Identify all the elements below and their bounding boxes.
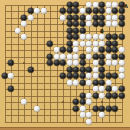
black-stone[interactable] [112,92,118,98]
black-stone[interactable] [92,8,98,14]
white-stone[interactable] [92,86,98,92]
white-stone[interactable] [86,99,92,105]
empty-point[interactable] [28,34,34,40]
black-stone[interactable] [105,73,111,79]
empty-point[interactable] [41,28,47,34]
empty-point[interactable] [2,47,8,53]
white-stone[interactable] [118,60,124,66]
black-stone[interactable] [86,66,92,72]
white-stone[interactable] [86,47,92,53]
white-stone[interactable] [73,53,79,59]
empty-point[interactable] [28,2,34,8]
empty-point[interactable] [8,41,14,47]
empty-point[interactable] [34,2,40,8]
white-stone[interactable] [118,73,124,79]
empty-point[interactable] [41,99,47,105]
white-stone[interactable] [92,40,98,46]
white-stone[interactable] [112,1,118,7]
black-stone[interactable] [105,92,111,98]
black-stone[interactable] [118,21,124,27]
empty-point[interactable] [21,47,27,53]
white-stone[interactable] [86,40,92,46]
white-stone[interactable] [21,99,27,105]
white-stone[interactable] [105,53,111,59]
black-stone[interactable] [99,60,105,66]
empty-point[interactable] [28,41,34,47]
empty-point[interactable] [41,93,47,99]
black-stone[interactable] [66,1,72,7]
empty-point[interactable] [112,112,118,118]
empty-point[interactable] [21,119,27,125]
empty-point[interactable] [15,54,21,60]
empty-point[interactable] [47,86,53,92]
empty-point[interactable] [2,28,8,34]
black-stone[interactable] [92,105,98,111]
empty-point[interactable] [67,112,73,118]
white-stone[interactable] [118,66,124,72]
white-stone[interactable] [86,53,92,59]
empty-point[interactable] [28,60,34,66]
empty-point[interactable] [54,99,60,105]
black-stone[interactable] [92,79,98,85]
empty-point[interactable] [54,80,60,86]
empty-point[interactable] [28,99,34,105]
empty-point[interactable] [28,47,34,53]
black-stone[interactable] [118,14,124,20]
black-stone[interactable] [79,66,85,72]
empty-point[interactable] [73,119,79,125]
empty-point[interactable] [28,106,34,112]
empty-point[interactable] [2,34,8,40]
empty-point[interactable] [15,112,21,118]
empty-point[interactable] [15,21,21,27]
black-stone[interactable] [73,105,79,111]
empty-point[interactable] [8,8,14,14]
black-stone[interactable] [99,53,105,59]
empty-point[interactable] [47,2,53,8]
white-stone[interactable] [66,79,72,85]
empty-point[interactable] [41,112,47,118]
empty-point[interactable] [21,86,27,92]
white-stone[interactable] [60,14,66,20]
white-stone[interactable] [99,112,105,118]
white-stone[interactable] [40,8,46,14]
black-stone[interactable] [79,92,85,98]
black-stone[interactable] [99,8,105,14]
empty-point[interactable] [47,119,53,125]
empty-point[interactable] [67,99,73,105]
empty-point[interactable] [8,54,14,60]
black-stone[interactable] [60,60,66,66]
empty-point[interactable] [15,86,21,92]
empty-point[interactable] [28,28,34,34]
empty-point[interactable] [47,112,53,118]
black-stone[interactable] [99,105,105,111]
white-stone[interactable] [73,60,79,66]
empty-point[interactable] [34,28,40,34]
black-stone[interactable] [105,47,111,53]
black-stone[interactable] [66,34,72,40]
white-stone[interactable] [105,79,111,85]
empty-point[interactable] [34,99,40,105]
white-stone[interactable] [105,1,111,7]
empty-point[interactable] [119,80,125,86]
empty-point[interactable] [60,2,66,8]
empty-point[interactable] [15,41,21,47]
black-stone[interactable] [60,73,66,79]
black-stone[interactable] [79,14,85,20]
empty-point[interactable] [60,112,66,118]
black-stone[interactable] [112,47,118,53]
black-stone[interactable] [118,92,124,98]
white-stone[interactable] [86,1,92,7]
black-stone[interactable] [47,53,53,59]
empty-point[interactable] [2,8,8,14]
white-stone[interactable] [92,60,98,66]
empty-point[interactable] [47,73,53,79]
empty-point[interactable] [60,80,66,86]
black-stone[interactable] [92,21,98,27]
white-stone[interactable] [105,14,111,20]
black-stone[interactable] [118,53,124,59]
empty-point[interactable] [112,67,118,73]
empty-point[interactable] [34,119,40,125]
empty-point[interactable] [106,99,112,105]
empty-point[interactable] [15,47,21,53]
empty-point[interactable] [60,41,66,47]
white-stone[interactable] [86,34,92,40]
black-stone[interactable] [112,8,118,14]
white-stone[interactable] [92,47,98,53]
black-stone[interactable] [99,14,105,20]
black-stone[interactable] [47,40,53,46]
empty-point[interactable] [8,15,14,21]
empty-point[interactable] [54,34,60,40]
black-stone[interactable] [112,105,118,111]
empty-point[interactable] [67,86,73,92]
empty-point[interactable] [60,34,66,40]
black-stone[interactable] [92,14,98,20]
empty-point[interactable] [2,67,8,73]
empty-point[interactable] [21,93,27,99]
empty-point[interactable] [41,106,47,112]
black-stone[interactable] [66,21,72,27]
empty-point[interactable] [80,119,86,125]
empty-point[interactable] [2,60,8,66]
white-stone[interactable] [79,8,85,14]
black-stone[interactable] [66,27,72,33]
empty-point[interactable] [47,93,53,99]
empty-point[interactable] [8,67,14,73]
empty-point[interactable] [21,80,27,86]
white-stone[interactable] [27,14,33,20]
empty-point[interactable] [54,2,60,8]
white-stone[interactable] [86,92,92,98]
empty-point[interactable] [60,106,66,112]
black-stone[interactable] [105,40,111,46]
empty-point[interactable] [60,86,66,92]
empty-point[interactable] [8,34,14,40]
empty-point[interactable] [54,15,60,21]
white-stone[interactable] [92,73,98,79]
white-stone[interactable] [92,66,98,72]
empty-point[interactable] [8,93,14,99]
go-board[interactable]: AB [0,0,130,130]
empty-point[interactable] [15,119,21,125]
black-stone[interactable] [73,1,79,7]
empty-point[interactable] [21,73,27,79]
black-stone[interactable] [73,8,79,14]
empty-point[interactable] [73,93,79,99]
empty-point[interactable] [15,73,21,79]
empty-point[interactable] [41,41,47,47]
empty-point[interactable] [2,80,8,86]
empty-point[interactable] [93,112,99,118]
white-stone[interactable] [99,86,105,92]
empty-point[interactable] [2,106,8,112]
black-stone[interactable] [118,86,124,92]
empty-point[interactable] [2,41,8,47]
empty-point[interactable] [28,80,34,86]
empty-point[interactable] [60,93,66,99]
empty-point[interactable] [47,106,53,112]
empty-point[interactable] [80,2,86,8]
empty-point[interactable] [28,54,34,60]
black-stone[interactable] [105,86,111,92]
black-stone[interactable] [112,53,118,59]
black-stone[interactable] [73,34,79,40]
black-stone[interactable] [53,60,59,66]
empty-point[interactable] [60,67,66,73]
white-stone[interactable] [99,92,105,98]
empty-point[interactable] [21,67,27,73]
white-stone[interactable] [86,73,92,79]
empty-point[interactable] [15,15,21,21]
black-stone[interactable] [60,8,66,14]
empty-point[interactable] [106,67,112,73]
white-stone[interactable] [34,105,40,111]
empty-point[interactable] [60,21,66,27]
empty-point[interactable] [28,86,34,92]
white-stone[interactable] [105,8,111,14]
white-stone[interactable] [105,21,111,27]
empty-point[interactable] [2,21,8,27]
empty-point[interactable] [2,99,8,105]
empty-point[interactable] [8,2,14,8]
empty-point[interactable] [21,28,27,34]
empty-point[interactable] [8,119,14,125]
empty-point[interactable] [54,67,60,73]
empty-point[interactable] [112,80,118,86]
empty-point[interactable] [34,54,40,60]
empty-point[interactable] [41,119,47,125]
black-stone[interactable] [112,34,118,40]
empty-point[interactable] [2,119,8,125]
black-stone[interactable] [99,66,105,72]
white-stone[interactable] [8,73,14,79]
empty-point[interactable] [86,28,92,34]
empty-point[interactable] [15,60,21,66]
empty-point[interactable] [86,60,92,66]
empty-point[interactable] [112,119,118,125]
empty-point[interactable] [86,106,92,112]
empty-point[interactable] [54,119,60,125]
empty-point[interactable] [112,28,118,34]
black-stone[interactable] [66,14,72,20]
empty-point[interactable] [21,54,27,60]
black-stone[interactable] [105,34,111,40]
black-stone[interactable] [79,79,85,85]
empty-point[interactable] [2,86,8,92]
empty-point[interactable] [93,99,99,105]
black-stone[interactable] [92,53,98,59]
empty-point[interactable] [8,47,14,53]
empty-point[interactable] [41,60,47,66]
empty-point[interactable] [41,47,47,53]
empty-point[interactable] [41,54,47,60]
empty-point[interactable] [41,21,47,27]
white-stone[interactable] [86,79,92,85]
black-stone[interactable] [1,73,7,79]
empty-point[interactable] [47,47,53,53]
black-stone[interactable] [73,66,79,72]
empty-point[interactable] [2,2,8,8]
white-stone[interactable] [99,40,105,46]
empty-point[interactable] [54,106,60,112]
empty-point[interactable] [21,41,27,47]
black-stone[interactable] [99,47,105,53]
empty-point[interactable] [21,2,27,8]
white-stone[interactable] [34,8,40,14]
white-stone[interactable] [112,21,118,27]
black-stone[interactable] [79,27,85,33]
empty-point[interactable] [28,73,34,79]
white-stone[interactable] [79,34,85,40]
empty-point[interactable] [21,112,27,118]
empty-point[interactable] [99,99,105,105]
black-stone[interactable] [73,21,79,27]
white-stone[interactable] [118,47,124,53]
empty-point[interactable] [119,106,125,112]
black-stone[interactable] [27,8,33,14]
empty-point[interactable] [47,99,53,105]
white-stone[interactable] [105,60,111,66]
black-stone[interactable] [86,8,92,14]
empty-point[interactable] [47,8,53,14]
empty-point[interactable] [67,106,73,112]
black-stone[interactable] [79,53,85,59]
empty-point[interactable] [47,15,53,21]
empty-point[interactable] [106,119,112,125]
empty-point[interactable] [15,106,21,112]
empty-point[interactable] [34,15,40,21]
white-stone[interactable] [112,60,118,66]
white-stone[interactable] [79,105,85,111]
empty-point[interactable] [34,112,40,118]
black-stone[interactable] [66,8,72,14]
empty-point[interactable] [60,99,66,105]
empty-point[interactable] [60,119,66,125]
empty-point[interactable] [86,86,92,92]
black-stone[interactable] [60,47,66,53]
black-stone[interactable] [99,73,105,79]
empty-point[interactable] [47,34,53,40]
empty-point[interactable] [8,28,14,34]
empty-point[interactable] [119,112,125,118]
white-stone[interactable] [112,86,118,92]
white-stone[interactable] [112,14,118,20]
empty-point[interactable] [93,119,99,125]
white-stone[interactable] [86,112,92,118]
empty-point[interactable] [73,112,79,118]
black-stone[interactable] [112,73,118,79]
empty-point[interactable] [2,112,8,118]
empty-point[interactable] [41,73,47,79]
empty-point[interactable] [28,119,34,125]
empty-point[interactable] [2,54,8,60]
empty-point[interactable] [15,67,21,73]
black-stone[interactable] [112,40,118,46]
empty-point[interactable] [54,41,60,47]
white-stone[interactable] [86,14,92,20]
empty-point[interactable] [54,8,60,14]
empty-point[interactable] [106,112,112,118]
empty-point[interactable] [54,112,60,118]
empty-point[interactable] [41,2,47,8]
empty-point[interactable] [15,93,21,99]
empty-point[interactable] [47,80,53,86]
white-stone[interactable] [73,79,79,85]
empty-point[interactable] [34,67,40,73]
white-stone[interactable] [21,34,27,40]
empty-point[interactable] [28,93,34,99]
empty-point[interactable] [2,93,8,99]
white-stone[interactable] [79,112,85,118]
empty-point[interactable] [80,86,86,92]
empty-point[interactable] [21,8,27,14]
empty-point[interactable] [8,21,14,27]
black-stone[interactable] [8,86,14,92]
empty-point[interactable] [15,80,21,86]
empty-point[interactable] [93,28,99,34]
empty-point[interactable] [47,67,53,73]
empty-point[interactable] [28,112,34,118]
white-stone[interactable] [53,53,59,59]
black-stone[interactable] [21,14,27,20]
empty-point[interactable] [54,86,60,92]
empty-point[interactable] [15,8,21,14]
empty-point[interactable] [28,21,34,27]
black-stone[interactable] [92,92,98,98]
white-stone[interactable] [60,53,66,59]
empty-point[interactable] [106,28,112,34]
empty-point[interactable] [15,34,21,40]
empty-point[interactable] [2,15,8,21]
empty-point[interactable] [54,73,60,79]
black-stone[interactable] [66,66,72,72]
empty-point[interactable] [54,93,60,99]
white-stone[interactable] [53,47,59,53]
black-stone[interactable] [73,27,79,33]
empty-point[interactable] [112,99,118,105]
black-stone[interactable] [66,73,72,79]
black-stone[interactable] [66,40,72,46]
white-stone[interactable] [73,40,79,46]
empty-point[interactable] [41,67,47,73]
white-stone[interactable] [92,34,98,40]
empty-point[interactable] [99,119,105,125]
black-stone[interactable] [79,99,85,105]
